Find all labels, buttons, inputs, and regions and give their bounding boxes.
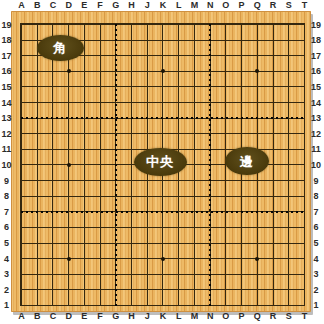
coord-number-left: 6 xyxy=(4,223,9,232)
coord-number-right: 12 xyxy=(311,129,321,138)
star-point xyxy=(161,257,165,261)
coord-letter-bottom: L xyxy=(176,312,182,321)
coord-letter-bottom: Q xyxy=(254,312,261,321)
coord-letter-top: B xyxy=(34,1,41,10)
coord-number-left: 12 xyxy=(1,129,11,138)
coord-number-left: 10 xyxy=(1,160,11,169)
coord-letter-top: C xyxy=(50,1,57,10)
coord-number-left: 2 xyxy=(4,285,9,294)
coord-letter-top: E xyxy=(81,1,87,10)
coord-letter-top: S xyxy=(286,1,292,10)
coord-number-right: 9 xyxy=(313,176,318,185)
coord-number-right: 16 xyxy=(311,67,321,76)
coord-letter-bottom: M xyxy=(191,312,199,321)
coord-letter-bottom: F xyxy=(97,312,103,321)
coord-number-right: 17 xyxy=(311,51,321,60)
coord-number-left: 17 xyxy=(1,51,11,60)
region-divider-horizontal xyxy=(21,117,305,119)
coord-letter-bottom: H xyxy=(128,312,135,321)
coord-number-right: 14 xyxy=(311,98,321,107)
region-label: 邊 xyxy=(225,147,269,175)
scene: 角中央邊 AABBCCDDEEFFGGHHJJKKLLMMNNOOPPQQRRS… xyxy=(0,0,324,324)
coord-number-left: 13 xyxy=(1,114,11,123)
go-board: 角中央邊 xyxy=(11,11,311,312)
coord-letter-bottom: J xyxy=(145,312,150,321)
coord-number-right: 11 xyxy=(311,145,321,154)
coord-number-right: 10 xyxy=(311,160,321,169)
coord-letter-top: R xyxy=(270,1,277,10)
star-point xyxy=(67,163,71,167)
coord-number-left: 14 xyxy=(1,98,11,107)
coord-number-left: 9 xyxy=(4,176,9,185)
coord-letter-top: K xyxy=(160,1,167,10)
coord-letter-bottom: C xyxy=(50,312,57,321)
region-label-text: 中央 xyxy=(146,155,174,168)
coord-number-left: 8 xyxy=(4,192,9,201)
coord-number-right: 5 xyxy=(313,239,318,248)
region-divider-vertical xyxy=(209,24,211,306)
coord-letter-top: H xyxy=(128,1,135,10)
coord-number-left: 18 xyxy=(1,36,11,45)
coord-number-left: 19 xyxy=(1,20,11,29)
coord-number-right: 18 xyxy=(311,36,321,45)
coord-letter-bottom: P xyxy=(239,312,245,321)
region-divider-vertical xyxy=(115,24,117,306)
coord-letter-top: T xyxy=(302,1,308,10)
region-label: 角 xyxy=(37,35,84,61)
region-divider-horizontal xyxy=(21,211,305,213)
coord-letter-top: M xyxy=(191,1,199,10)
coord-number-right: 7 xyxy=(313,207,318,216)
coord-number-left: 5 xyxy=(4,239,9,248)
coord-number-right: 15 xyxy=(311,82,321,91)
coord-letter-top: A xyxy=(18,1,25,10)
coord-letter-top: L xyxy=(176,1,182,10)
coord-letter-top: F xyxy=(97,1,103,10)
coord-letter-top: Q xyxy=(254,1,261,10)
coord-number-right: 4 xyxy=(313,254,318,263)
coord-number-left: 3 xyxy=(4,270,9,279)
coord-letter-top: P xyxy=(239,1,245,10)
coord-number-left: 7 xyxy=(4,207,9,216)
coord-letter-top: N xyxy=(207,1,214,10)
coord-letter-top: O xyxy=(222,1,229,10)
coord-number-right: 6 xyxy=(313,223,318,232)
coord-letter-bottom: T xyxy=(302,312,308,321)
coord-number-left: 15 xyxy=(1,82,11,91)
region-label-text: 邊 xyxy=(240,155,254,168)
coord-number-right: 19 xyxy=(311,20,321,29)
coord-number-left: 1 xyxy=(4,301,9,310)
coord-letter-bottom: B xyxy=(34,312,41,321)
coord-letter-top: G xyxy=(112,1,119,10)
coord-letter-bottom: R xyxy=(270,312,277,321)
coord-number-left: 4 xyxy=(4,254,9,263)
coord-number-left: 11 xyxy=(2,145,12,154)
region-label-text: 角 xyxy=(53,41,67,54)
coord-letter-bottom: O xyxy=(222,312,229,321)
coord-letter-bottom: G xyxy=(112,312,119,321)
region-label: 中央 xyxy=(134,148,187,176)
coord-number-right: 13 xyxy=(311,114,321,123)
coord-letter-bottom: K xyxy=(160,312,167,321)
star-point xyxy=(67,257,71,261)
coord-letter-top: J xyxy=(145,1,150,10)
coord-number-left: 16 xyxy=(1,67,11,76)
coord-number-right: 3 xyxy=(313,270,318,279)
coord-letter-bottom: D xyxy=(65,312,72,321)
coord-number-right: 8 xyxy=(313,192,318,201)
coord-number-right: 1 xyxy=(313,301,318,310)
coord-letter-bottom: S xyxy=(286,312,292,321)
coord-letter-bottom: A xyxy=(18,312,25,321)
coord-number-right: 2 xyxy=(313,285,318,294)
coord-letter-top: D xyxy=(65,1,72,10)
coord-letter-bottom: N xyxy=(207,312,214,321)
coord-letter-bottom: E xyxy=(81,312,87,321)
